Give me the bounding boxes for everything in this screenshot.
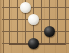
white-stone[interactable] [28,14,39,25]
grid-line-stub [66,19,69,20]
board-cell[interactable] [9,31,17,43]
grid-line-stub [66,43,69,44]
board-cell[interactable] [17,19,25,31]
board-cell[interactable] [41,7,49,19]
grid-line-stub [66,31,69,32]
grid-line-stub [57,0,58,7]
grid-line-stub [49,0,50,7]
grid-line-stub [9,0,10,7]
black-stone[interactable] [28,38,39,49]
black-stone[interactable] [44,26,55,37]
board-cell[interactable] [17,31,25,43]
grid-line-stub [2,7,9,8]
board-cell[interactable] [57,19,65,31]
grid-line-stub [17,0,18,7]
board-cell[interactable] [57,31,65,43]
grid-line-stub [41,0,42,7]
goban-photo [0,0,69,53]
board-cell[interactable] [9,7,17,19]
white-stone[interactable] [20,2,31,13]
grid-line-stub [2,43,9,44]
grid-line-stub [33,0,34,7]
board-cell[interactable] [49,7,57,19]
grid-line-stub [65,0,66,7]
grid-line-stub [66,7,69,8]
grid-line-stub [2,31,9,32]
board-cell[interactable] [57,7,65,19]
board-cell[interactable] [9,19,17,31]
grid-line-stub [2,19,9,20]
